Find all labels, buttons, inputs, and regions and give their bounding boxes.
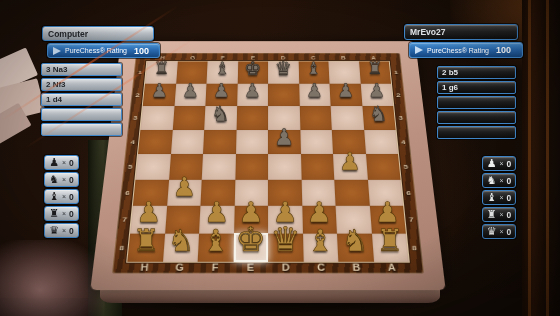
coord-label-B: B [341,55,346,60]
captured-count: 0 [507,210,512,220]
square-e5[interactable] [235,154,268,179]
white-rook-icon: ♜ [487,209,497,220]
black-move-list: 2 b51 g6 [437,66,516,141]
white-queen-d1[interactable]: ♛ [275,59,292,78]
white-pawn-b2[interactable]: ♟ [337,81,354,100]
captured-count: 0 [69,226,74,236]
white-queen-icon: ♛ [487,226,497,237]
white-bishop-f1[interactable]: ♝ [215,60,230,77]
move-text: 2 Nf3 [46,80,66,89]
marble-base-edge [100,289,440,303]
black-queen-icon: ♛ [49,225,59,236]
square-b3[interactable] [331,106,364,130]
black-knight-icon: ♞ [49,174,59,185]
white-rating-label: PureChess® Rating [65,47,127,54]
multiply-sign: × [62,159,66,166]
move-row [41,123,122,136]
white-pawn-c2[interactable]: ♟ [306,81,323,100]
white-knight-f3[interactable]: ♞ [211,103,230,124]
multiply-sign: × [500,211,504,218]
black-bishop-icon: ♝ [49,191,59,202]
black-king-e8[interactable]: ♚ [235,224,265,258]
multiply-sign: × [62,176,66,183]
white-pawn-icon: ♟ [487,158,497,169]
coord-label-5: 5 [403,163,408,170]
move-row [41,108,122,121]
coord-label-5: 5 [128,163,133,170]
black-captures-tray: ♟×0♞×0♝×0♜×0♛×0 [482,156,516,241]
purechess-flag-icon [53,47,61,55]
move-row: 2 Nf3 [41,78,122,91]
coord-label-7: 7 [122,216,127,224]
captured-count: 0 [507,176,512,186]
white-knight-a3[interactable]: ♞ [369,103,388,124]
square-g4[interactable] [171,130,205,154]
move-row [437,96,516,109]
square-g3[interactable] [172,106,205,130]
coord-label-3: 3 [133,114,138,121]
white-pawn-e2[interactable]: ♟ [244,81,261,100]
white-captures-tray: ♟×0♞×0♝×0♜×0♛×0 [44,155,79,240]
white-rating-plate: PureChess® Rating 100 [47,43,160,58]
captured-black-rook-box: ♜×0 [44,206,79,221]
black-bishop-c8[interactable]: ♝ [307,226,334,256]
coord-label-1: 1 [138,69,143,75]
coord-label-8: 8 [119,243,125,251]
captured-count: 0 [69,158,74,168]
white-pawn-h2[interactable]: ♟ [151,81,168,100]
coord-label-6: 6 [125,189,130,196]
black-rating-value: 100 [496,45,511,55]
square-b6[interactable] [334,179,369,205]
multiply-sign: × [500,160,504,167]
black-rook-h8[interactable]: ♜ [133,226,160,256]
black-queen-d8[interactable]: ♛ [270,224,300,258]
bench-corner [0,240,105,316]
move-text: 1 g6 [442,83,458,92]
white-pawn-d4[interactable]: ♟ [274,126,294,149]
square-a5[interactable] [366,154,401,179]
square-d5[interactable] [268,154,301,179]
black-knight-g8[interactable]: ♞ [167,226,194,256]
captured-white-rook-box: ♜×0 [482,207,516,222]
coord-label-7: 7 [409,216,414,224]
white-king-e1[interactable]: ♚ [244,59,261,78]
captured-black-pawn-box: ♟×0 [44,155,79,170]
black-knight-b8[interactable]: ♞ [341,226,368,256]
chair-wood [522,0,560,316]
white-rating-value: 100 [134,46,149,56]
coord-label-G: G [190,55,195,60]
square-d2[interactable] [268,83,299,106]
move-row: 1 d4 [41,93,122,106]
multiply-sign: × [62,210,66,217]
square-a4[interactable] [364,130,398,154]
square-c4[interactable] [300,130,333,154]
coord-label-1: 1 [394,69,399,75]
square-f4[interactable] [203,130,236,154]
captured-count: 0 [507,193,512,203]
captured-count: 0 [69,192,74,202]
square-c3[interactable] [299,106,331,130]
square-h5[interactable] [135,154,170,179]
white-player-nameplate: Computer [42,26,154,41]
multiply-sign: × [62,227,66,234]
coord-label-E: E [247,262,254,272]
coord-label-6: 6 [406,189,411,196]
captured-white-knight-box: ♞×0 [482,173,516,188]
captured-count: 0 [507,159,512,169]
captured-black-bishop-box: ♝×0 [44,189,79,204]
black-player-nameplate: MrEvo27 [404,24,518,40]
coord-label-C: C [317,262,325,272]
black-pawn-g6[interactable]: ♟ [173,174,197,200]
captured-count: 0 [69,209,74,219]
black-pawn-b5[interactable]: ♟ [339,149,361,174]
move-text: 1 d4 [46,95,62,104]
black-rating-label: PureChess® Rating [427,47,489,54]
coord-label-4: 4 [130,138,135,145]
black-bishop-f8[interactable]: ♝ [202,226,229,256]
multiply-sign: × [500,194,504,201]
captured-white-pawn-box: ♟×0 [482,156,516,171]
white-pawn-f2[interactable]: ♟ [213,81,230,100]
move-row [437,111,516,124]
coord-label-D: D [282,262,290,272]
black-rook-a8[interactable]: ♜ [376,226,403,256]
coord-label-4: 4 [401,138,406,145]
black-pawn-icon: ♟ [49,157,59,168]
move-text: 3 Na3 [46,65,67,74]
move-row [437,126,516,139]
white-player-name: Computer [48,29,88,39]
multiply-sign: × [500,228,504,235]
white-bishop-c1[interactable]: ♝ [306,60,321,77]
black-player-name: MrEvo27 [410,27,445,37]
square-h3[interactable] [140,106,174,130]
square-e4[interactable] [236,130,269,154]
move-row: 3 Na3 [41,63,122,76]
white-pawn-g2[interactable]: ♟ [182,81,199,100]
move-row: 1 g6 [437,81,516,94]
square-h4[interactable] [138,130,172,154]
black-rook-icon: ♜ [49,208,59,219]
square-f5[interactable] [202,154,236,179]
multiply-sign: × [500,177,504,184]
move-text: 2 b5 [442,68,458,77]
captured-black-knight-box: ♞×0 [44,172,79,187]
square-c5[interactable] [301,154,335,179]
coord-label-3: 3 [398,114,403,121]
pure-chess-scene: HHGGFFEEDDCCBBAA1122334455667788 ♜♝♛♚♝♜♟… [0,0,560,316]
white-move-list: 3 Na32 Nf31 d4 [41,63,122,138]
square-e3[interactable] [236,106,268,130]
white-pawn-a2[interactable]: ♟ [368,81,385,100]
coord-label-F: F [212,262,219,272]
white-bishop-icon: ♝ [487,192,497,203]
captured-count: 0 [69,175,74,185]
white-rook-h1[interactable]: ♜ [154,60,169,77]
move-row: 2 b5 [437,66,516,79]
coord-label-H: H [140,262,149,272]
coord-label-A: A [387,262,396,272]
coord-label-B: B [352,262,360,272]
captured-count: 0 [507,227,512,237]
coord-label-8: 8 [411,243,417,251]
captured-white-queen-box: ♛×0 [482,224,516,239]
coord-label-2: 2 [135,91,140,97]
captured-white-bishop-box: ♝×0 [482,190,516,205]
white-rook-a1[interactable]: ♜ [367,60,382,77]
coord-label-2: 2 [396,91,401,97]
white-knight-icon: ♞ [487,175,497,186]
black-rating-plate: PureChess® Rating 100 [409,42,523,58]
coord-label-G: G [175,262,184,272]
purechess-flag-icon [415,46,423,54]
captured-black-queen-box: ♛×0 [44,223,79,238]
multiply-sign: × [62,193,66,200]
